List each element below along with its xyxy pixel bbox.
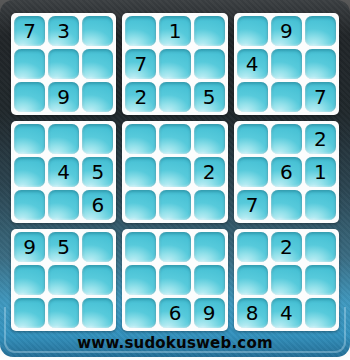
cell-r3c2[interactable]: 9	[48, 82, 79, 112]
cell-r2c4[interactable]: 7	[125, 49, 156, 79]
cell-r1c5[interactable]: 1	[159, 16, 190, 46]
cell-r6c7[interactable]: 7	[237, 190, 268, 220]
cell-r3c8[interactable]	[271, 82, 302, 112]
block-2: 947	[234, 13, 339, 115]
cell-r3c7[interactable]	[237, 82, 268, 112]
cell-r8c5[interactable]	[159, 265, 190, 295]
cell-r3c4[interactable]: 2	[125, 82, 156, 112]
cell-r7c8[interactable]: 2	[271, 232, 302, 262]
cell-r8c6[interactable]	[194, 265, 225, 295]
cell-r8c4[interactable]	[125, 265, 156, 295]
cell-r8c8[interactable]	[271, 265, 302, 295]
cell-r2c7[interactable]: 4	[237, 49, 268, 79]
cell-r6c6[interactable]	[194, 190, 225, 220]
cell-r5c5[interactable]	[159, 157, 190, 187]
block-5: 2617	[234, 121, 339, 223]
block-0: 739	[11, 13, 116, 115]
block-1: 1725	[122, 13, 227, 115]
cell-r6c9[interactable]	[305, 190, 336, 220]
block-7: 69	[122, 229, 227, 331]
cell-r3c3[interactable]	[82, 82, 113, 112]
cell-r7c4[interactable]	[125, 232, 156, 262]
cell-r1c3[interactable]	[82, 16, 113, 46]
block-6: 95	[11, 229, 116, 331]
cell-r2c9[interactable]	[305, 49, 336, 79]
cell-r7c5[interactable]	[159, 232, 190, 262]
cell-r9c8[interactable]: 4	[271, 298, 302, 328]
sudoku-puzzle-image: 7391725947456226179569284 www.sudokusweb…	[0, 0, 350, 360]
cell-r1c7[interactable]	[237, 16, 268, 46]
cell-r7c2[interactable]: 5	[48, 232, 79, 262]
cell-r4c2[interactable]	[48, 124, 79, 154]
cell-r9c5[interactable]: 6	[159, 298, 190, 328]
cell-r8c7[interactable]	[237, 265, 268, 295]
cell-r5c9[interactable]: 1	[305, 157, 336, 187]
cell-r6c8[interactable]	[271, 190, 302, 220]
cell-r9c4[interactable]	[125, 298, 156, 328]
cell-r4c9[interactable]: 2	[305, 124, 336, 154]
cell-r4c5[interactable]	[159, 124, 190, 154]
cell-r9c6[interactable]: 9	[194, 298, 225, 328]
cell-r5c8[interactable]: 6	[271, 157, 302, 187]
cell-r2c5[interactable]	[159, 49, 190, 79]
block-4: 2	[122, 121, 227, 223]
cell-r9c3[interactable]	[82, 298, 113, 328]
cell-r9c1[interactable]	[14, 298, 45, 328]
cell-r9c7[interactable]: 8	[237, 298, 268, 328]
block-3: 456	[11, 121, 116, 223]
cell-r3c5[interactable]	[159, 82, 190, 112]
cell-r6c2[interactable]	[48, 190, 79, 220]
cell-r6c1[interactable]	[14, 190, 45, 220]
cell-r4c6[interactable]	[194, 124, 225, 154]
cell-r1c6[interactable]	[194, 16, 225, 46]
cell-r8c3[interactable]	[82, 265, 113, 295]
cell-r1c2[interactable]: 3	[48, 16, 79, 46]
cell-r4c8[interactable]	[271, 124, 302, 154]
cell-r4c4[interactable]	[125, 124, 156, 154]
cell-r6c4[interactable]	[125, 190, 156, 220]
cell-r8c9[interactable]	[305, 265, 336, 295]
cell-r5c2[interactable]: 4	[48, 157, 79, 187]
cell-r5c6[interactable]: 2	[194, 157, 225, 187]
cell-r9c2[interactable]	[48, 298, 79, 328]
cell-r1c4[interactable]	[125, 16, 156, 46]
cell-r7c9[interactable]	[305, 232, 336, 262]
cell-r3c9[interactable]: 7	[305, 82, 336, 112]
cell-r7c7[interactable]	[237, 232, 268, 262]
cell-r5c7[interactable]	[237, 157, 268, 187]
cell-r7c1[interactable]: 9	[14, 232, 45, 262]
cell-r8c1[interactable]	[14, 265, 45, 295]
cell-r3c1[interactable]	[14, 82, 45, 112]
cell-r4c3[interactable]	[82, 124, 113, 154]
cell-r3c6[interactable]: 5	[194, 82, 225, 112]
cell-r5c1[interactable]	[14, 157, 45, 187]
cell-r1c1[interactable]: 7	[14, 16, 45, 46]
cell-r8c2[interactable]	[48, 265, 79, 295]
block-8: 284	[234, 229, 339, 331]
cell-r7c3[interactable]	[82, 232, 113, 262]
cell-r4c7[interactable]	[237, 124, 268, 154]
cell-r6c3[interactable]: 6	[82, 190, 113, 220]
cell-r5c3[interactable]: 5	[82, 157, 113, 187]
cell-r6c5[interactable]	[159, 190, 190, 220]
cell-r1c9[interactable]	[305, 16, 336, 46]
cell-r2c8[interactable]	[271, 49, 302, 79]
cell-r1c8[interactable]: 9	[271, 16, 302, 46]
cell-r2c6[interactable]	[194, 49, 225, 79]
cell-r5c4[interactable]	[125, 157, 156, 187]
cell-r4c1[interactable]	[14, 124, 45, 154]
cell-r2c1[interactable]	[14, 49, 45, 79]
cell-r9c9[interactable]	[305, 298, 336, 328]
cell-r2c2[interactable]	[48, 49, 79, 79]
website-url: www.sudokusweb.com	[0, 332, 350, 354]
sudoku-board: 7391725947456226179569284	[11, 13, 339, 331]
cell-r7c6[interactable]	[194, 232, 225, 262]
cell-r2c3[interactable]	[82, 49, 113, 79]
